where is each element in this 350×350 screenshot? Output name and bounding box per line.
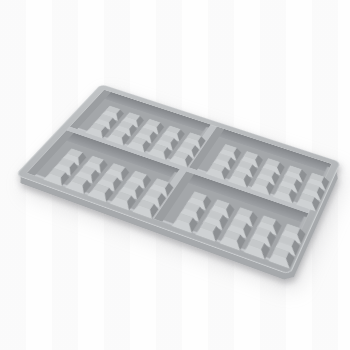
product-photo: Grey silicone waffle baking mold with fo… xyxy=(0,0,350,350)
mold-shadow xyxy=(0,0,350,350)
waffle-mold-graphic xyxy=(15,84,341,275)
waffle-mold xyxy=(15,84,341,275)
